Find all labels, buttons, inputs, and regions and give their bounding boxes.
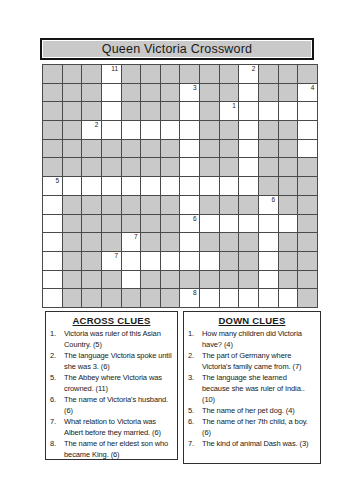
blocked-cell xyxy=(161,65,181,84)
grid-cell[interactable] xyxy=(239,121,259,140)
blocked-cell xyxy=(200,65,220,84)
blocked-cell xyxy=(43,158,63,177)
blocked-cell xyxy=(161,196,181,215)
blocked-cell xyxy=(122,289,142,308)
down-clue-item: 1.How many children did Victoria have? (… xyxy=(188,328,316,350)
cell-number: 6 xyxy=(193,215,197,223)
cell-number: 2 xyxy=(95,121,99,129)
grid-cell[interactable] xyxy=(200,177,220,196)
cell-number: 2 xyxy=(252,65,256,73)
grid-cell[interactable] xyxy=(180,177,200,196)
grid-cell[interactable] xyxy=(43,252,63,271)
blocked-cell xyxy=(102,196,122,215)
blocked-cell xyxy=(141,233,161,252)
grid-cell[interactable] xyxy=(180,102,200,121)
grid-cell[interactable] xyxy=(102,121,122,140)
grid-cell[interactable]: 11 xyxy=(102,65,122,84)
blocked-cell xyxy=(298,289,318,308)
blocked-cell xyxy=(259,84,279,103)
blocked-cell xyxy=(63,84,83,103)
across-clue-item: 1.Victoria was ruler of this Asian Count… xyxy=(50,328,173,350)
blocked-cell xyxy=(279,271,299,290)
clue-number: 6. xyxy=(188,416,202,438)
blocked-cell xyxy=(122,140,142,159)
puzzle-title: Queen Victoria Crossword xyxy=(102,42,252,56)
cell-number: 4 xyxy=(311,84,315,92)
blocked-cell xyxy=(161,158,181,177)
cell-number: 3 xyxy=(193,84,197,92)
blocked-cell xyxy=(259,158,279,177)
blocked-cell xyxy=(63,233,83,252)
blocked-cell xyxy=(161,215,181,234)
blocked-cell xyxy=(298,252,318,271)
grid-cell[interactable] xyxy=(122,177,142,196)
across-clue-item: 2.The language Victoria spoke until she … xyxy=(50,350,173,372)
clue-number: 6. xyxy=(50,394,64,416)
blocked-cell xyxy=(141,102,161,121)
blocked-cell xyxy=(200,233,220,252)
clue-text: The language Victoria spoke until she wa… xyxy=(64,350,173,372)
grid-cell[interactable] xyxy=(200,289,220,308)
grid-cell[interactable] xyxy=(102,102,122,121)
down-clue-item: 5.The name of her pet dog. (4) xyxy=(188,405,316,416)
blocked-cell xyxy=(43,65,63,84)
blocked-cell xyxy=(82,196,102,215)
blocked-cell xyxy=(102,271,122,290)
grid-cell[interactable] xyxy=(122,252,142,271)
grid-cell[interactable] xyxy=(43,271,63,290)
grid-cell[interactable] xyxy=(102,177,122,196)
blocked-cell xyxy=(200,196,220,215)
blocked-cell xyxy=(102,140,122,159)
grid-cell[interactable] xyxy=(43,215,63,234)
blocked-cell xyxy=(122,196,142,215)
blocked-cell xyxy=(63,102,83,121)
blocked-cell xyxy=(279,158,299,177)
clue-text: The part of Germany where Victoria's fam… xyxy=(202,350,316,372)
grid-cell[interactable] xyxy=(239,289,259,308)
grid-cell[interactable] xyxy=(239,177,259,196)
blocked-cell xyxy=(82,158,102,177)
cell-number: 7 xyxy=(134,233,138,241)
grid-cell[interactable] xyxy=(239,215,259,234)
blocked-cell xyxy=(161,233,181,252)
grid-cell[interactable] xyxy=(180,158,200,177)
blocked-cell xyxy=(63,271,83,290)
puzzle-title-box: Queen Victoria Crossword xyxy=(40,38,314,60)
clue-text: The name of her 7th child, a boy. (6) xyxy=(202,416,316,438)
grid-cell[interactable] xyxy=(279,289,299,308)
grid-cell[interactable]: 6 xyxy=(259,196,279,215)
blocked-cell xyxy=(298,215,318,234)
blocked-cell xyxy=(161,102,181,121)
blocked-cell xyxy=(239,233,259,252)
down-clue-item: 2.The part of Germany where Victoria's f… xyxy=(188,350,316,372)
down-clue-item: 7.The kind of animal Dash was. (3) xyxy=(188,438,316,449)
grid-cell[interactable]: 5 xyxy=(43,177,63,196)
grid-cell[interactable] xyxy=(141,121,161,140)
blocked-cell xyxy=(180,65,200,84)
clue-number: 3. xyxy=(188,372,202,405)
grid-cell[interactable]: 4 xyxy=(298,84,318,103)
grid-cell[interactable]: 7 xyxy=(102,252,122,271)
blocked-cell xyxy=(298,196,318,215)
blocked-cell xyxy=(200,102,220,121)
blocked-cell xyxy=(259,121,279,140)
blocked-cell xyxy=(220,252,240,271)
grid-cell[interactable] xyxy=(43,196,63,215)
blocked-cell xyxy=(161,271,181,290)
blocked-cell xyxy=(220,271,240,290)
grid-cell[interactable] xyxy=(180,252,200,271)
blocked-cell xyxy=(298,271,318,290)
grid-cell[interactable] xyxy=(220,177,240,196)
blocked-cell xyxy=(220,140,240,159)
cell-number: 5 xyxy=(56,177,60,185)
grid-cell[interactable] xyxy=(259,102,279,121)
grid-cell[interactable] xyxy=(259,252,279,271)
grid-cell[interactable] xyxy=(180,140,200,159)
grid-cell[interactable] xyxy=(279,102,299,121)
grid-cell[interactable] xyxy=(43,289,63,308)
blocked-cell xyxy=(141,140,161,159)
blocked-cell xyxy=(63,215,83,234)
blocked-cell xyxy=(63,196,83,215)
blocked-cell xyxy=(43,140,63,159)
blocked-cell xyxy=(63,121,83,140)
blocked-cell xyxy=(279,140,299,159)
grid-cell[interactable] xyxy=(180,233,200,252)
down-clue-item: 3.The language she learned because she w… xyxy=(188,372,316,405)
blocked-cell xyxy=(43,121,63,140)
blocked-cell xyxy=(82,65,102,84)
grid-cell[interactable] xyxy=(298,102,318,121)
across-clue-item: 8.The name of her eldest son who became … xyxy=(50,438,173,460)
down-clue-list: 1.How many children did Victoria have? (… xyxy=(188,328,316,449)
blocked-cell xyxy=(122,65,142,84)
blocked-cell xyxy=(82,215,102,234)
grid-cell[interactable] xyxy=(63,177,83,196)
blocked-cell xyxy=(102,289,122,308)
blocked-cell xyxy=(141,158,161,177)
blocked-cell xyxy=(43,84,63,103)
blocked-cell xyxy=(102,215,122,234)
clue-number: 8. xyxy=(50,438,64,460)
blocked-cell xyxy=(279,65,299,84)
grid-cell[interactable] xyxy=(220,289,240,308)
clue-text: The language she learned because she was… xyxy=(202,372,316,405)
blocked-cell xyxy=(63,65,83,84)
clue-number: 1. xyxy=(188,328,202,350)
blocked-cell xyxy=(200,158,220,177)
clue-text: The kind of animal Dash was. (3) xyxy=(202,438,316,449)
grid-cell[interactable]: 3 xyxy=(180,84,200,103)
blocked-cell xyxy=(141,84,161,103)
down-clues-title: DOWN CLUES xyxy=(188,315,316,326)
grid-cell[interactable] xyxy=(180,121,200,140)
blocked-cell xyxy=(298,158,318,177)
blocked-cell xyxy=(82,140,102,159)
grid-cell[interactable]: 7 xyxy=(122,233,142,252)
clue-text: The name of her pet dog. (4) xyxy=(202,405,316,416)
clue-number: 7. xyxy=(50,416,64,438)
blocked-cell xyxy=(279,252,299,271)
blocked-cell xyxy=(43,102,63,121)
blocked-cell xyxy=(122,215,142,234)
blocked-cell xyxy=(161,84,181,103)
grid-cell[interactable] xyxy=(161,121,181,140)
blocked-cell xyxy=(141,271,161,290)
blocked-cell xyxy=(82,102,102,121)
across-clues-box: ACROSS CLUES 1.Victoria was ruler of thi… xyxy=(45,311,178,460)
clue-text: The Abbey where Victoria was crowned. (1… xyxy=(64,372,173,394)
across-clue-item: 6.The name of Victoria's husband. (6) xyxy=(50,394,173,416)
grid-cell[interactable] xyxy=(259,289,279,308)
blocked-cell xyxy=(141,196,161,215)
blocked-cell xyxy=(239,196,259,215)
grid-cell[interactable] xyxy=(220,215,240,234)
clue-text: Victoria was ruler of this Asian Country… xyxy=(64,328,173,350)
blocked-cell xyxy=(259,65,279,84)
blocked-cell xyxy=(180,271,200,290)
blocked-cell xyxy=(259,177,279,196)
blocked-cell xyxy=(220,196,240,215)
blocked-cell xyxy=(63,289,83,308)
down-clue-item: 6.The name of her 7th child, a boy. (6) xyxy=(188,416,316,438)
blocked-cell xyxy=(82,84,102,103)
grid-cell[interactable] xyxy=(122,121,142,140)
grid-cell[interactable] xyxy=(259,215,279,234)
grid-cell[interactable] xyxy=(141,252,161,271)
clue-number: 2. xyxy=(50,350,64,372)
blocked-cell xyxy=(220,233,240,252)
grid-cell[interactable] xyxy=(161,252,181,271)
blocked-cell xyxy=(239,252,259,271)
cell-number: 8 xyxy=(193,289,197,297)
grid-cell[interactable] xyxy=(298,140,318,159)
grid-cell[interactable] xyxy=(239,140,259,159)
blocked-cell xyxy=(122,158,142,177)
blocked-cell xyxy=(141,289,161,308)
crossword-grid: 1123412566778 xyxy=(42,64,318,308)
clue-number: 7. xyxy=(188,438,202,449)
blocked-cell xyxy=(82,233,102,252)
blocked-cell xyxy=(63,140,83,159)
grid-cell[interactable] xyxy=(279,215,299,234)
blocked-cell xyxy=(122,84,142,103)
grid-cell[interactable]: 6 xyxy=(180,215,200,234)
blocked-cell xyxy=(220,121,240,140)
blocked-cell xyxy=(200,84,220,103)
blocked-cell xyxy=(200,271,220,290)
blocked-cell xyxy=(239,271,259,290)
cell-number: 1 xyxy=(232,102,236,110)
grid-cell[interactable] xyxy=(298,121,318,140)
clue-text: What relation to Victoria was Albert bef… xyxy=(64,416,173,438)
grid-cell[interactable] xyxy=(43,233,63,252)
blocked-cell xyxy=(63,252,83,271)
blocked-cell xyxy=(259,140,279,159)
blocked-cell xyxy=(279,233,299,252)
grid-cell[interactable] xyxy=(122,271,142,290)
grid-cell[interactable] xyxy=(161,177,181,196)
clue-number: 5. xyxy=(188,405,202,416)
grid-cell[interactable] xyxy=(259,271,279,290)
blocked-cell xyxy=(279,196,299,215)
clue-text: How many children did Victoria have? (4) xyxy=(202,328,316,350)
blocked-cell xyxy=(200,121,220,140)
grid-cell[interactable] xyxy=(141,177,161,196)
blocked-cell xyxy=(141,215,161,234)
blocked-cell xyxy=(82,289,102,308)
blocked-cell xyxy=(220,158,240,177)
blocked-cell xyxy=(82,252,102,271)
grid-cell[interactable] xyxy=(239,84,259,103)
worksheet-page: { "game": "crossword", "title": "Queen V… xyxy=(0,0,354,500)
blocked-cell xyxy=(279,177,299,196)
clue-number: 1. xyxy=(50,328,64,350)
grid-cell[interactable] xyxy=(180,196,200,215)
grid-cell[interactable] xyxy=(200,215,220,234)
across-clue-item: 7.What relation to Victoria was Albert b… xyxy=(50,416,173,438)
grid-cell[interactable] xyxy=(259,233,279,252)
grid-cell[interactable]: 8 xyxy=(180,289,200,308)
blocked-cell xyxy=(102,158,122,177)
blocked-cell xyxy=(279,84,299,103)
blocked-cell xyxy=(82,271,102,290)
grid-cell[interactable]: 2 xyxy=(239,65,259,84)
cell-number: 11 xyxy=(111,65,118,73)
blocked-cell xyxy=(220,84,240,103)
cell-number: 6 xyxy=(271,196,275,204)
blocked-cell xyxy=(102,233,122,252)
grid-cell[interactable]: 2 xyxy=(82,121,102,140)
clue-number: 2. xyxy=(188,350,202,372)
blocked-cell xyxy=(122,102,142,121)
grid-cell[interactable] xyxy=(82,177,102,196)
grid-cell[interactable] xyxy=(102,84,122,103)
down-clues-box: DOWN CLUES 1.How many children did Victo… xyxy=(183,311,321,464)
blocked-cell xyxy=(279,121,299,140)
grid-cell[interactable] xyxy=(239,158,259,177)
blocked-cell xyxy=(220,65,240,84)
blocked-cell xyxy=(63,158,83,177)
grid-cell[interactable]: 1 xyxy=(220,102,240,121)
blocked-cell xyxy=(161,140,181,159)
clue-text: The name of Victoria's husband. (6) xyxy=(64,394,173,416)
across-clues-title: ACROSS CLUES xyxy=(50,315,173,326)
blocked-cell xyxy=(298,233,318,252)
grid-cell[interactable] xyxy=(239,102,259,121)
clue-number: 5. xyxy=(50,372,64,394)
across-clue-list: 1.Victoria was ruler of this Asian Count… xyxy=(50,328,173,460)
clue-text: The name of her eldest son who became Ki… xyxy=(64,438,173,460)
blocked-cell xyxy=(200,140,220,159)
blocked-cell xyxy=(161,289,181,308)
blocked-cell xyxy=(298,65,318,84)
blocked-cell xyxy=(298,177,318,196)
blocked-cell xyxy=(141,65,161,84)
cell-number: 7 xyxy=(114,252,118,260)
grid-cell[interactable] xyxy=(200,252,220,271)
across-clue-item: 5.The Abbey where Victoria was crowned. … xyxy=(50,372,173,394)
